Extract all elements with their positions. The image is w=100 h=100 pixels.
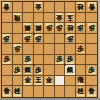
piece-gote-king[interactable]: 玉 xyxy=(66,13,75,22)
piece-gote-gold[interactable]: 金 xyxy=(55,13,64,22)
board-cell[interactable]: 歩 xyxy=(23,34,34,45)
board-cell[interactable] xyxy=(65,44,76,55)
piece-gote-pawn[interactable]: 歩 xyxy=(55,23,64,32)
board-cell[interactable]: 飛 xyxy=(76,76,87,87)
board-cell[interactable]: 桂 xyxy=(13,86,24,97)
star-point xyxy=(33,33,35,35)
piece-gote-pawn[interactable]: 歩 xyxy=(23,34,32,43)
piece-gote-pawn[interactable]: 歩 xyxy=(13,44,22,53)
board-cell[interactable] xyxy=(55,44,66,55)
board-cell[interactable]: 玉 xyxy=(65,13,76,24)
board-cell[interactable]: 歩 xyxy=(34,34,45,45)
piece-sente-pawn[interactable]: 歩 xyxy=(76,44,85,53)
board-cell[interactable]: 歩 xyxy=(86,23,97,34)
board-cell[interactable] xyxy=(86,34,97,45)
star-point xyxy=(64,64,66,66)
board-cell[interactable] xyxy=(34,13,45,24)
board-cell[interactable] xyxy=(44,55,55,66)
board-cell[interactable] xyxy=(65,86,76,97)
board-cell[interactable] xyxy=(55,34,66,45)
board-cell[interactable] xyxy=(44,65,55,76)
piece-gote-gold[interactable]: 金 xyxy=(34,2,43,11)
board-cell[interactable] xyxy=(2,13,13,24)
shogi-app-window: 香金桂香飛金玉銀銀歩歩桂歩歩歩歩歩歩歩歩歩歩歩歩歩銀歩銀歩金王金飛香桂桂香 xyxy=(0,0,100,100)
piece-sente-knight[interactable]: 桂 xyxy=(76,87,85,97)
board-cell[interactable]: 歩 xyxy=(13,44,24,55)
board-cell[interactable]: 歩 xyxy=(86,65,97,76)
piece-sente-king[interactable]: 王 xyxy=(34,76,43,85)
board-cell[interactable]: 歩 xyxy=(13,65,24,76)
piece-sente-silver[interactable]: 銀 xyxy=(23,66,32,75)
piece-sente-lance[interactable]: 香 xyxy=(2,87,11,97)
piece-sente-gold[interactable]: 金 xyxy=(45,76,54,85)
board-cell[interactable]: 銀 xyxy=(23,65,34,76)
board-cell[interactable] xyxy=(76,13,87,24)
board-cell[interactable] xyxy=(86,13,97,24)
board-cell[interactable]: 歩 xyxy=(44,23,55,34)
board-cell[interactable] xyxy=(13,2,24,13)
board-cell[interactable]: 歩 xyxy=(2,55,13,66)
board-cell[interactable] xyxy=(86,44,97,55)
piece-sente-lance[interactable]: 香 xyxy=(87,87,96,97)
piece-sente-pawn[interactable]: 歩 xyxy=(66,55,75,64)
board-cell[interactable] xyxy=(76,65,87,76)
piece-gote-pawn[interactable]: 歩 xyxy=(76,23,85,32)
piece-gote-silver[interactable]: 銀 xyxy=(23,23,32,32)
window-edge-right xyxy=(98,0,100,100)
board-cell[interactable]: 桂 xyxy=(65,23,76,34)
piece-gote-pawn[interactable]: 歩 xyxy=(34,34,43,43)
piece-gote-pawn[interactable]: 歩 xyxy=(45,23,54,32)
star-point xyxy=(33,64,35,66)
board-cell[interactable] xyxy=(44,13,55,24)
board-cell[interactable] xyxy=(34,44,45,55)
board-cell[interactable] xyxy=(86,76,97,87)
window-edge-bottom xyxy=(0,98,100,100)
board-cell[interactable] xyxy=(34,55,45,66)
star-point xyxy=(64,33,66,35)
board-cell[interactable] xyxy=(23,13,34,24)
board-cell[interactable] xyxy=(13,34,24,45)
piece-gote-pawn[interactable]: 歩 xyxy=(2,34,11,43)
board-cell[interactable]: 歩 xyxy=(65,34,76,45)
board-cell[interactable] xyxy=(2,23,13,34)
board-cell[interactable]: 歩 xyxy=(76,44,87,55)
piece-gote-knight[interactable]: 桂 xyxy=(76,2,85,11)
piece-sente-pawn[interactable]: 歩 xyxy=(55,55,64,64)
board-cell[interactable]: 香 xyxy=(2,2,13,13)
last-move-highlight[interactable] xyxy=(55,76,66,87)
board-cell[interactable]: 金 xyxy=(34,2,45,13)
board-cell[interactable] xyxy=(76,34,87,45)
piece-sente-pawn[interactable]: 歩 xyxy=(2,55,11,64)
piece-gote-pawn[interactable]: 歩 xyxy=(66,34,75,43)
board-cell[interactable] xyxy=(34,86,45,97)
board-cell[interactable]: 金 xyxy=(23,76,34,87)
piece-gote-pawn[interactable]: 歩 xyxy=(87,23,96,32)
piece-sente-gold[interactable]: 金 xyxy=(23,76,32,85)
board-cell[interactable]: 香 xyxy=(86,2,97,13)
piece-sente-pawn[interactable]: 歩 xyxy=(23,55,32,64)
board-cell[interactable] xyxy=(44,44,55,55)
shogi-board: 香金桂香飛金玉銀銀歩歩桂歩歩歩歩歩歩歩歩歩歩歩歩歩銀歩銀歩金王金飛香桂桂香 xyxy=(1,1,98,98)
board-cell[interactable]: 飛 xyxy=(13,13,24,24)
board-cell[interactable] xyxy=(13,76,24,87)
board-cell[interactable]: 歩 xyxy=(2,34,13,45)
board-cell[interactable]: 歩 xyxy=(65,55,76,66)
piece-gote-silver[interactable]: 銀 xyxy=(34,23,43,32)
piece-gote-lance[interactable]: 香 xyxy=(2,2,11,11)
board-cell[interactable]: 金 xyxy=(55,13,66,24)
board-cell[interactable]: 香 xyxy=(2,86,13,97)
board-cell[interactable]: 桂 xyxy=(76,86,87,97)
board-cell[interactable] xyxy=(13,55,24,66)
board-cell[interactable] xyxy=(55,86,66,97)
piece-gote-knight[interactable]: 桂 xyxy=(66,23,75,32)
piece-sente-pawn[interactable]: 歩 xyxy=(13,66,22,75)
piece-sente-silver[interactable]: 銀 xyxy=(66,66,75,75)
board-cell[interactable] xyxy=(2,65,13,76)
last-move-highlight[interactable]: 銀 xyxy=(65,65,76,76)
board-cell[interactable] xyxy=(65,2,76,13)
board-cell[interactable] xyxy=(13,23,24,34)
board-cell[interactable]: 歩 xyxy=(34,65,45,76)
board-cell[interactable]: 銀 xyxy=(34,23,45,34)
board-cell[interactable] xyxy=(2,44,13,55)
board-cell[interactable] xyxy=(23,44,34,55)
board-cell[interactable] xyxy=(44,86,55,97)
board-cell[interactable]: 金 xyxy=(44,76,55,87)
board-cell[interactable] xyxy=(23,2,34,13)
board-cell[interactable] xyxy=(86,55,97,66)
piece-sente-rook[interactable]: 飛 xyxy=(76,76,85,85)
piece-gote-rook[interactable]: 飛 xyxy=(13,13,22,22)
board-cell[interactable] xyxy=(55,65,66,76)
board-cell[interactable]: 桂 xyxy=(76,2,87,13)
board-cell[interactable] xyxy=(23,86,34,97)
piece-sente-pawn[interactable]: 歩 xyxy=(87,66,96,75)
board-cell[interactable]: 香 xyxy=(86,86,97,97)
piece-sente-knight[interactable]: 桂 xyxy=(13,87,22,97)
board-cell[interactable] xyxy=(2,76,13,87)
board-cell[interactable]: 歩 xyxy=(76,23,87,34)
piece-sente-pawn[interactable]: 歩 xyxy=(34,66,43,75)
board-cell[interactable] xyxy=(65,76,76,87)
piece-gote-lance[interactable]: 香 xyxy=(87,2,96,11)
board-cell[interactable] xyxy=(44,2,55,13)
board-cell[interactable] xyxy=(55,2,66,13)
board-cell[interactable] xyxy=(76,55,87,66)
board-cell[interactable]: 王 xyxy=(34,76,45,87)
board-cell[interactable] xyxy=(44,34,55,45)
